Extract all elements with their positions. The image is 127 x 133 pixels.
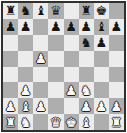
square-h7[interactable]: ♟ [109, 19, 124, 35]
white-pawn-icon: ♟ [20, 83, 32, 96]
square-c4[interactable] [33, 67, 48, 83]
square-f2[interactable]: ♟ [79, 98, 94, 114]
square-h2[interactable]: ♟ [109, 98, 124, 114]
square-a4[interactable] [3, 67, 18, 83]
square-g2[interactable]: ♟ [94, 98, 109, 114]
black-bishop-icon: ♝ [35, 4, 47, 17]
square-c6[interactable] [33, 35, 48, 51]
black-knight-icon: ♞ [80, 36, 92, 49]
square-d6[interactable] [48, 35, 63, 51]
black-knight-icon: ♞ [20, 4, 32, 17]
square-e8[interactable] [64, 3, 79, 19]
black-rook-icon: ♜ [5, 4, 17, 17]
square-g5[interactable] [94, 51, 109, 67]
square-b7[interactable]: ♟ [18, 19, 33, 35]
white-pawn-icon: ♟ [65, 83, 77, 96]
square-h1[interactable]: ♜ [109, 114, 124, 130]
white-pawn-icon: ♟ [111, 99, 123, 112]
square-c5[interactable]: ♟ [33, 51, 48, 67]
square-c1[interactable] [33, 114, 48, 130]
square-f8[interactable]: ♜ [79, 3, 94, 19]
square-h8[interactable] [109, 3, 124, 19]
square-f3[interactable]: ♞ [79, 82, 94, 98]
square-d4[interactable] [48, 67, 63, 83]
square-a5[interactable] [3, 51, 18, 67]
white-rook-icon: ♜ [111, 115, 123, 128]
square-e4[interactable] [64, 67, 79, 83]
black-pawn-icon: ♟ [80, 20, 92, 33]
white-knight-icon: ♞ [80, 83, 92, 96]
square-b6[interactable] [18, 35, 33, 51]
square-e6[interactable] [64, 35, 79, 51]
white-pawn-icon: ♟ [35, 99, 47, 112]
square-g8[interactable]: ♚ [94, 3, 109, 19]
square-h6[interactable] [109, 35, 124, 51]
square-e7[interactable]: ♟ [64, 19, 79, 35]
white-knight-icon: ♞ [20, 115, 32, 128]
square-e3[interactable]: ♟ [64, 82, 79, 98]
black-pawn-icon: ♟ [111, 20, 123, 33]
chess-board-grid: ♜♞♝♛♜♚♟♟♟♟♟♝♟♞♟♟♟♟♞♟♝♟♟♟♟♜♞♛♚♝♜ [3, 3, 124, 130]
square-b4[interactable] [18, 67, 33, 83]
square-g7[interactable]: ♝ [94, 19, 109, 35]
black-pawn-icon: ♟ [20, 20, 32, 33]
square-e5[interactable] [64, 51, 79, 67]
square-a6[interactable] [3, 35, 18, 51]
white-rook-icon: ♜ [5, 115, 17, 128]
square-b1[interactable]: ♞ [18, 114, 33, 130]
square-f7[interactable]: ♟ [79, 19, 94, 35]
square-e1[interactable]: ♚ [64, 114, 79, 130]
square-g1[interactable] [94, 114, 109, 130]
square-d5[interactable] [48, 51, 63, 67]
square-d3[interactable] [48, 82, 63, 98]
square-b2[interactable]: ♝ [18, 98, 33, 114]
square-f1[interactable]: ♝ [79, 114, 94, 130]
square-d7[interactable]: ♟ [48, 19, 63, 35]
square-f6[interactable]: ♞ [79, 35, 94, 51]
square-d2[interactable] [48, 98, 63, 114]
square-c8[interactable]: ♝ [33, 3, 48, 19]
black-bishop-icon: ♝ [95, 20, 107, 33]
black-pawn-icon: ♟ [95, 36, 107, 49]
white-pawn-icon: ♟ [5, 99, 17, 112]
square-b8[interactable]: ♞ [18, 3, 33, 19]
square-c2[interactable]: ♟ [33, 98, 48, 114]
square-h5[interactable] [109, 51, 124, 67]
square-a7[interactable]: ♟ [3, 19, 18, 35]
square-g4[interactable] [94, 67, 109, 83]
square-e2[interactable] [64, 98, 79, 114]
white-bishop-icon: ♝ [80, 115, 92, 128]
black-pawn-icon: ♟ [5, 20, 17, 33]
square-g3[interactable] [94, 82, 109, 98]
square-a1[interactable]: ♜ [3, 114, 18, 130]
black-pawn-icon: ♟ [50, 20, 62, 33]
white-queen-icon: ♛ [50, 115, 62, 128]
square-a8[interactable]: ♜ [3, 3, 18, 19]
square-c7[interactable] [33, 19, 48, 35]
white-pawn-icon: ♟ [80, 99, 92, 112]
square-c3[interactable] [33, 82, 48, 98]
square-d1[interactable]: ♛ [48, 114, 63, 130]
black-pawn-icon: ♟ [65, 20, 77, 33]
white-king-icon: ♚ [65, 115, 77, 128]
chess-diagram: ♜♞♝♛♜♚♟♟♟♟♟♝♟♞♟♟♟♟♞♟♝♟♟♟♟♜♞♛♚♝♜ [0, 0, 127, 133]
black-rook-icon: ♜ [80, 4, 92, 17]
black-queen-icon: ♛ [50, 4, 62, 17]
square-f4[interactable] [79, 67, 94, 83]
square-f5[interactable] [79, 51, 94, 67]
black-king-icon: ♚ [95, 4, 107, 17]
chess-board: ♜♞♝♛♜♚♟♟♟♟♟♝♟♞♟♟♟♟♞♟♝♟♟♟♟♜♞♛♚♝♜ [1, 1, 126, 132]
square-g6[interactable]: ♟ [94, 35, 109, 51]
white-pawn-icon: ♟ [35, 52, 47, 65]
white-pawn-icon: ♟ [95, 99, 107, 112]
square-h3[interactable] [109, 82, 124, 98]
square-a3[interactable] [3, 82, 18, 98]
square-h4[interactable] [109, 67, 124, 83]
square-b5[interactable] [18, 51, 33, 67]
square-d8[interactable]: ♛ [48, 3, 63, 19]
square-b3[interactable]: ♟ [18, 82, 33, 98]
white-bishop-icon: ♝ [20, 99, 32, 112]
square-a2[interactable]: ♟ [3, 98, 18, 114]
